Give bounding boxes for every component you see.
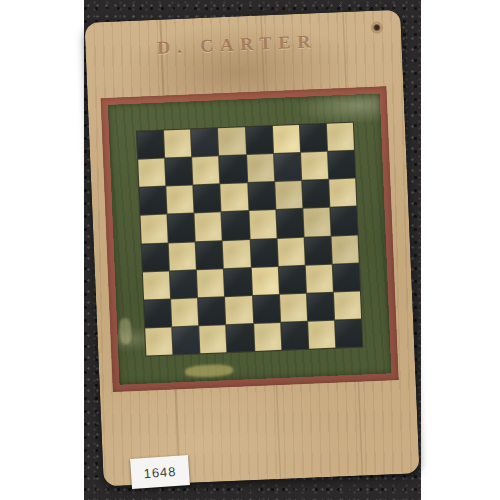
- board-square: [280, 294, 307, 322]
- board-square: [303, 208, 330, 236]
- board-square: [274, 153, 301, 181]
- photo-carpet-background: D. CARTER 1648: [84, 0, 421, 500]
- maker-inscription: D. CARTER: [79, 28, 396, 62]
- board-square: [245, 126, 272, 154]
- board-square: [170, 270, 197, 298]
- board-square: [194, 185, 221, 213]
- board-square: [277, 237, 304, 265]
- board-square: [139, 187, 166, 215]
- board-square: [335, 319, 362, 347]
- lot-sticker: 1648: [130, 455, 190, 489]
- board-square: [247, 154, 274, 182]
- board-square: [250, 238, 277, 266]
- board-square: [249, 210, 276, 238]
- board-square: [137, 131, 164, 159]
- board-square: [223, 240, 250, 268]
- auction-photo-page: D. CARTER 1648: [0, 0, 500, 500]
- board-square: [227, 324, 254, 352]
- board-square: [306, 264, 333, 292]
- board-square: [330, 207, 357, 235]
- paint-wear-patch: [119, 318, 132, 344]
- board-square: [308, 321, 335, 349]
- board-square: [166, 186, 193, 214]
- board-square: [329, 179, 356, 207]
- board-square: [302, 180, 329, 208]
- board-square: [304, 236, 331, 264]
- board-square: [141, 215, 168, 243]
- painted-red-border: [101, 86, 399, 392]
- board-square: [169, 242, 196, 270]
- lot-number: 1648: [143, 463, 177, 480]
- board-square: [253, 295, 280, 323]
- board-square: [191, 128, 218, 156]
- board-square: [199, 325, 226, 353]
- board-square: [222, 212, 249, 240]
- board-square: [273, 125, 300, 153]
- checkerboard-grid: [136, 122, 363, 357]
- board-square: [198, 297, 225, 325]
- board-square: [138, 159, 165, 187]
- board-square: [164, 129, 191, 157]
- board-square: [224, 268, 251, 296]
- board-square: [197, 269, 224, 297]
- board-square: [143, 271, 170, 299]
- board-square: [328, 151, 355, 179]
- paint-wear-patch: [185, 364, 233, 378]
- board-square: [218, 127, 245, 155]
- board-square: [142, 243, 169, 271]
- board-square: [221, 183, 248, 211]
- board-square: [171, 298, 198, 326]
- board-square: [301, 152, 328, 180]
- board-square: [331, 235, 358, 263]
- wooden-games-board: D. CARTER: [84, 10, 419, 487]
- board-square: [281, 322, 308, 350]
- board-square: [327, 123, 354, 151]
- board-square: [334, 291, 361, 319]
- board-square: [276, 209, 303, 237]
- board-square: [196, 241, 223, 269]
- board-square: [195, 213, 222, 241]
- board-square: [165, 158, 192, 186]
- board-square: [275, 181, 302, 209]
- board-square: [192, 156, 219, 184]
- board-square: [251, 267, 278, 295]
- board-square: [225, 296, 252, 324]
- board-square: [248, 182, 275, 210]
- board-square: [333, 263, 360, 291]
- board-square: [172, 326, 199, 354]
- board-square: [168, 214, 195, 242]
- board-square: [307, 292, 334, 320]
- board-square: [145, 327, 172, 355]
- board-square: [300, 124, 327, 152]
- green-frame: [108, 94, 391, 385]
- board-square: [144, 299, 171, 327]
- board-square: [278, 265, 305, 293]
- board-square: [254, 323, 281, 351]
- board-square: [220, 155, 247, 183]
